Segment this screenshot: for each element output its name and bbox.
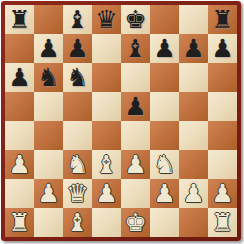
square-f8: [150, 5, 179, 34]
square-d2: ♟: [92, 179, 121, 208]
square-a3: ♟: [5, 150, 34, 179]
square-c4: [63, 121, 92, 150]
square-h1: ♜: [208, 208, 237, 237]
white-pawn: ♟: [34, 179, 63, 208]
black-knight: ♞: [34, 63, 63, 92]
square-f1: [150, 208, 179, 237]
white-rook: ♜: [208, 208, 237, 237]
square-d6: [92, 63, 121, 92]
chess-diagram: ♜♝♛♚♜♟♟♝♟♟♟♟♞♞♟♟♞♝♟♞♟♛♟♟♟♟♜♝♚♜: [0, 0, 244, 244]
square-e3: ♟: [121, 150, 150, 179]
black-king: ♚: [121, 5, 150, 34]
square-h6: [208, 63, 237, 92]
white-knight: ♞: [63, 150, 92, 179]
square-a6: ♟: [5, 63, 34, 92]
square-g4: [179, 121, 208, 150]
square-e2: [121, 179, 150, 208]
square-a8: ♜: [5, 5, 34, 34]
square-a7: [5, 34, 34, 63]
square-e7: ♝: [121, 34, 150, 63]
square-b2: ♟: [34, 179, 63, 208]
square-e1: ♚: [121, 208, 150, 237]
board-frame: ♜♝♛♚♜♟♟♝♟♟♟♟♞♞♟♟♞♝♟♞♟♛♟♟♟♟♜♝♚♜: [1, 1, 241, 241]
black-pawn: ♟: [34, 34, 63, 63]
square-g3: [179, 150, 208, 179]
square-c8: ♝: [63, 5, 92, 34]
square-b3: [34, 150, 63, 179]
white-rook: ♜: [5, 208, 34, 237]
square-b7: ♟: [34, 34, 63, 63]
square-e4: [121, 121, 150, 150]
square-g1: [179, 208, 208, 237]
square-b6: ♞: [34, 63, 63, 92]
black-rook: ♜: [208, 5, 237, 34]
chess-board: ♜♝♛♚♜♟♟♝♟♟♟♟♞♞♟♟♞♝♟♞♟♛♟♟♟♟♜♝♚♜: [5, 5, 237, 237]
square-d5: [92, 92, 121, 121]
black-rook: ♜: [5, 5, 34, 34]
square-g6: [179, 63, 208, 92]
black-queen: ♛: [92, 5, 121, 34]
white-bishop: ♝: [63, 208, 92, 237]
square-f4: [150, 121, 179, 150]
square-a1: ♜: [5, 208, 34, 237]
white-king: ♚: [121, 208, 150, 237]
square-f7: ♟: [150, 34, 179, 63]
square-d4: [92, 121, 121, 150]
square-g5: [179, 92, 208, 121]
white-pawn: ♟: [208, 179, 237, 208]
white-pawn: ♟: [150, 179, 179, 208]
square-c3: ♞: [63, 150, 92, 179]
square-b4: [34, 121, 63, 150]
black-bishop: ♝: [121, 34, 150, 63]
square-g2: ♟: [179, 179, 208, 208]
black-pawn: ♟: [63, 34, 92, 63]
square-f5: [150, 92, 179, 121]
square-h5: [208, 92, 237, 121]
white-pawn: ♟: [5, 150, 34, 179]
square-e6: [121, 63, 150, 92]
black-pawn: ♟: [208, 34, 237, 63]
square-g8: [179, 5, 208, 34]
square-b5: [34, 92, 63, 121]
square-c7: ♟: [63, 34, 92, 63]
square-d3: ♝: [92, 150, 121, 179]
black-pawn: ♟: [179, 34, 208, 63]
square-c1: ♝: [63, 208, 92, 237]
black-knight: ♞: [63, 63, 92, 92]
white-knight: ♞: [150, 150, 179, 179]
square-b8: [34, 5, 63, 34]
square-h2: ♟: [208, 179, 237, 208]
white-pawn: ♟: [121, 150, 150, 179]
white-bishop: ♝: [92, 150, 121, 179]
black-pawn: ♟: [121, 92, 150, 121]
square-a4: [5, 121, 34, 150]
square-c5: [63, 92, 92, 121]
square-d7: [92, 34, 121, 63]
square-f2: ♟: [150, 179, 179, 208]
black-pawn: ♟: [5, 63, 34, 92]
square-g7: ♟: [179, 34, 208, 63]
square-d1: [92, 208, 121, 237]
square-f6: [150, 63, 179, 92]
square-d8: ♛: [92, 5, 121, 34]
square-a5: [5, 92, 34, 121]
square-h8: ♜: [208, 5, 237, 34]
square-b1: [34, 208, 63, 237]
square-a2: [5, 179, 34, 208]
square-e5: ♟: [121, 92, 150, 121]
black-pawn: ♟: [150, 34, 179, 63]
white-pawn: ♟: [179, 179, 208, 208]
square-h7: ♟: [208, 34, 237, 63]
white-queen: ♛: [63, 179, 92, 208]
square-h4: [208, 121, 237, 150]
square-c6: ♞: [63, 63, 92, 92]
black-bishop: ♝: [63, 5, 92, 34]
square-c2: ♛: [63, 179, 92, 208]
white-pawn: ♟: [92, 179, 121, 208]
square-h3: [208, 150, 237, 179]
square-e8: ♚: [121, 5, 150, 34]
square-f3: ♞: [150, 150, 179, 179]
